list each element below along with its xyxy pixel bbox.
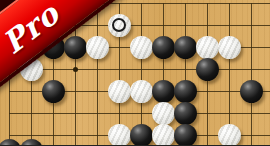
white-stone	[218, 36, 241, 59]
go-app-screenshot: Pro	[0, 0, 270, 145]
white-stone	[152, 102, 175, 125]
black-stone	[0, 139, 21, 146]
black-stone	[240, 80, 263, 103]
white-stone	[152, 124, 175, 146]
black-stone	[174, 102, 197, 125]
white-stone	[130, 36, 153, 59]
black-stone	[152, 36, 175, 59]
white-stone	[108, 124, 131, 146]
last-move-marker	[112, 18, 126, 32]
white-stone	[108, 14, 131, 37]
black-stone	[64, 36, 87, 59]
black-stone	[174, 80, 197, 103]
black-stone	[20, 139, 43, 146]
black-stone	[196, 58, 219, 81]
white-stone	[196, 36, 219, 59]
white-stone	[108, 80, 131, 103]
black-stone	[152, 80, 175, 103]
board-grid-line	[9, 69, 270, 70]
white-stone	[86, 36, 109, 59]
star-point	[73, 67, 78, 72]
board-grid-line	[9, 113, 270, 114]
white-stone	[218, 124, 241, 146]
white-stone	[130, 80, 153, 103]
black-stone	[174, 36, 197, 59]
black-stone	[42, 80, 65, 103]
black-stone	[174, 124, 197, 146]
black-stone	[130, 124, 153, 146]
